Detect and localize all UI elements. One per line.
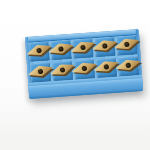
- compartment-r1c4: [94, 37, 115, 57]
- insert-face: [25, 41, 53, 59]
- carbide-insert: [26, 63, 54, 81]
- photo-background: [0, 0, 150, 150]
- carbide-insert: [25, 41, 53, 59]
- insert-face: [70, 59, 98, 77]
- compartment-r1c3: [72, 38, 93, 58]
- carbide-insert: [47, 40, 75, 57]
- compartment-r1c1: [28, 41, 49, 61]
- carbide-insert: [48, 60, 76, 79]
- compartment-r2c4: [96, 58, 117, 78]
- insert-tray: [25, 29, 143, 99]
- carbide-insert: [92, 58, 120, 76]
- insert-center-hole: [103, 64, 109, 70]
- insert-center-hole: [81, 65, 87, 71]
- compartment-r2c3: [74, 59, 95, 79]
- insert-face: [92, 58, 120, 76]
- carbide-insert: [69, 38, 97, 57]
- insert-center-hole: [125, 62, 131, 68]
- insert-center-hole: [80, 44, 86, 50]
- insert-center-hole: [59, 67, 65, 73]
- compartment-r2c2: [52, 61, 73, 81]
- insert-face: [48, 60, 76, 79]
- insert-center-hole: [58, 46, 64, 52]
- carbide-insert: [70, 59, 98, 77]
- insert-face: [26, 63, 54, 81]
- compartment-r1c2: [50, 40, 71, 60]
- insert-center-hole: [124, 41, 130, 47]
- compartment-r2c5: [118, 56, 139, 76]
- insert-center-hole: [102, 43, 108, 49]
- compartment-r1c5: [116, 35, 137, 55]
- insert-center-hole: [36, 47, 42, 53]
- carbide-insert: [91, 37, 119, 55]
- insert-center-hole: [37, 68, 43, 74]
- insert-face: [91, 37, 119, 55]
- compartment-r2c1: [30, 62, 51, 82]
- insert-face: [47, 40, 75, 57]
- insert-face: [69, 38, 97, 57]
